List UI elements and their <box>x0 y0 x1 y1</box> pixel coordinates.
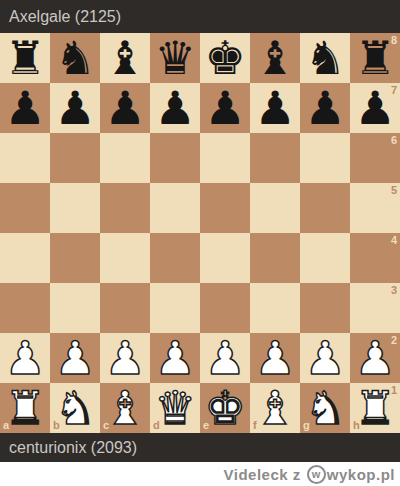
piece-white-bishop[interactable]: ♝ <box>254 383 295 433</box>
piece-black-pawn[interactable]: ♟ <box>104 83 145 133</box>
watermark-prefix: Videleck z <box>224 466 301 483</box>
piece-white-pawn[interactable]: ♟ <box>204 333 245 383</box>
square-d6[interactable] <box>150 133 200 183</box>
square-h5[interactable]: 5 <box>350 183 400 233</box>
square-g7[interactable]: ♟ <box>300 83 350 133</box>
square-c4[interactable] <box>100 233 150 283</box>
piece-black-rook[interactable]: ♜ <box>4 33 45 83</box>
square-b6[interactable] <box>50 133 100 183</box>
piece-white-pawn[interactable]: ♟ <box>254 333 295 383</box>
square-a1[interactable]: ♜a <box>0 383 50 433</box>
square-f5[interactable] <box>250 183 300 233</box>
square-g6[interactable] <box>300 133 350 183</box>
square-h4[interactable]: 4 <box>350 233 400 283</box>
square-e5[interactable] <box>200 183 250 233</box>
piece-black-knight[interactable]: ♞ <box>54 33 95 83</box>
square-d4[interactable] <box>150 233 200 283</box>
piece-black-pawn[interactable]: ♟ <box>204 83 245 133</box>
piece-black-pawn[interactable]: ♟ <box>354 83 395 133</box>
square-h1[interactable]: ♜h1 <box>350 383 400 433</box>
coord-rank-3: 3 <box>391 285 397 296</box>
square-a5[interactable] <box>0 183 50 233</box>
piece-black-bishop[interactable]: ♝ <box>254 33 295 83</box>
square-c1[interactable]: ♝c <box>100 383 150 433</box>
square-h8[interactable]: ♜8 <box>350 33 400 83</box>
square-b4[interactable] <box>50 233 100 283</box>
player-bottom-name: centurionix (2093) <box>9 439 137 457</box>
square-b8[interactable]: ♞ <box>50 33 100 83</box>
square-g2[interactable]: ♟ <box>300 333 350 383</box>
piece-white-queen[interactable]: ♛ <box>154 383 195 433</box>
square-d1[interactable]: ♛d <box>150 383 200 433</box>
piece-white-knight[interactable]: ♞ <box>54 383 95 433</box>
piece-white-rook[interactable]: ♜ <box>4 383 45 433</box>
square-d8[interactable]: ♛ <box>150 33 200 83</box>
player-top-name: Axelgale (2125) <box>9 8 121 26</box>
piece-white-pawn[interactable]: ♟ <box>304 333 345 383</box>
square-b1[interactable]: ♞b <box>50 383 100 433</box>
square-g5[interactable] <box>300 183 350 233</box>
piece-black-bishop[interactable]: ♝ <box>104 33 145 83</box>
square-e6[interactable] <box>200 133 250 183</box>
square-d5[interactable] <box>150 183 200 233</box>
square-f3[interactable] <box>250 283 300 333</box>
square-d7[interactable]: ♟ <box>150 83 200 133</box>
wykop-logo-icon: w <box>307 465 326 484</box>
piece-black-king[interactable]: ♚ <box>204 33 245 83</box>
chess-board[interactable]: ♜♞♝♛♚♝♞♜8♟♟♟♟♟♟♟♟76543♟♟♟♟♟♟♟♟2♜a♞b♝c♛d♚… <box>0 33 400 433</box>
square-c2[interactable]: ♟ <box>100 333 150 383</box>
square-c6[interactable] <box>100 133 150 183</box>
piece-black-knight[interactable]: ♞ <box>304 33 345 83</box>
square-e8[interactable]: ♚ <box>200 33 250 83</box>
piece-white-rook[interactable]: ♜ <box>354 383 395 433</box>
coord-rank-4: 4 <box>391 235 397 246</box>
square-c7[interactable]: ♟ <box>100 83 150 133</box>
square-g8[interactable]: ♞ <box>300 33 350 83</box>
square-e2[interactable]: ♟ <box>200 333 250 383</box>
square-g3[interactable] <box>300 283 350 333</box>
piece-black-queen[interactable]: ♛ <box>154 33 195 83</box>
square-a6[interactable] <box>0 133 50 183</box>
piece-white-bishop[interactable]: ♝ <box>104 383 145 433</box>
square-c8[interactable]: ♝ <box>100 33 150 83</box>
square-f2[interactable]: ♟ <box>250 333 300 383</box>
watermark-site: wykop.pl <box>327 466 395 483</box>
piece-white-king[interactable]: ♚ <box>204 383 245 433</box>
piece-black-pawn[interactable]: ♟ <box>254 83 295 133</box>
square-c5[interactable] <box>100 183 150 233</box>
coord-rank-5: 5 <box>391 185 397 196</box>
square-d3[interactable] <box>150 283 200 333</box>
square-e3[interactable] <box>200 283 250 333</box>
square-a7[interactable]: ♟ <box>0 83 50 133</box>
piece-white-pawn[interactable]: ♟ <box>354 333 395 383</box>
square-h6[interactable]: 6 <box>350 133 400 183</box>
square-c3[interactable] <box>100 283 150 333</box>
piece-white-pawn[interactable]: ♟ <box>104 333 145 383</box>
coord-rank-6: 6 <box>391 135 397 146</box>
player-bottom-bar: centurionix (2093) <box>0 433 400 462</box>
watermark: Videleck z w wykop.pl <box>0 462 400 486</box>
chess-app: Axelgale (2125) ♜♞♝♛♚♝♞♜8♟♟♟♟♟♟♟♟76543♟♟… <box>0 0 400 486</box>
square-e4[interactable] <box>200 233 250 283</box>
square-f1[interactable]: ♝f <box>250 383 300 433</box>
square-b7[interactable]: ♟ <box>50 83 100 133</box>
piece-white-pawn[interactable]: ♟ <box>54 333 95 383</box>
piece-white-knight[interactable]: ♞ <box>304 383 345 433</box>
square-e7[interactable]: ♟ <box>200 83 250 133</box>
square-f4[interactable] <box>250 233 300 283</box>
square-g1[interactable]: ♞g <box>300 383 350 433</box>
square-g4[interactable] <box>300 233 350 283</box>
square-a2[interactable]: ♟ <box>0 333 50 383</box>
square-a4[interactable] <box>0 233 50 283</box>
player-top-bar: Axelgale (2125) <box>0 0 400 33</box>
square-f6[interactable] <box>250 133 300 183</box>
piece-black-pawn[interactable]: ♟ <box>304 83 345 133</box>
square-f8[interactable]: ♝ <box>250 33 300 83</box>
square-f7[interactable]: ♟ <box>250 83 300 133</box>
wykop-logo-letter: w <box>312 468 321 479</box>
piece-black-pawn[interactable]: ♟ <box>154 83 195 133</box>
piece-white-pawn[interactable]: ♟ <box>4 333 45 383</box>
square-h3[interactable]: 3 <box>350 283 400 333</box>
square-b2[interactable]: ♟ <box>50 333 100 383</box>
watermark-site-group: w wykop.pl <box>307 465 395 484</box>
square-a3[interactable] <box>0 283 50 333</box>
square-a8[interactable]: ♜ <box>0 33 50 83</box>
square-b5[interactable] <box>50 183 100 233</box>
square-d2[interactable]: ♟ <box>150 333 200 383</box>
square-b3[interactable] <box>50 283 100 333</box>
square-e1[interactable]: ♚e <box>200 383 250 433</box>
piece-black-rook[interactable]: ♜ <box>354 33 395 83</box>
piece-black-pawn[interactable]: ♟ <box>54 83 95 133</box>
piece-white-pawn[interactable]: ♟ <box>154 333 195 383</box>
square-h7[interactable]: ♟7 <box>350 83 400 133</box>
piece-black-pawn[interactable]: ♟ <box>4 83 45 133</box>
square-h2[interactable]: ♟2 <box>350 333 400 383</box>
